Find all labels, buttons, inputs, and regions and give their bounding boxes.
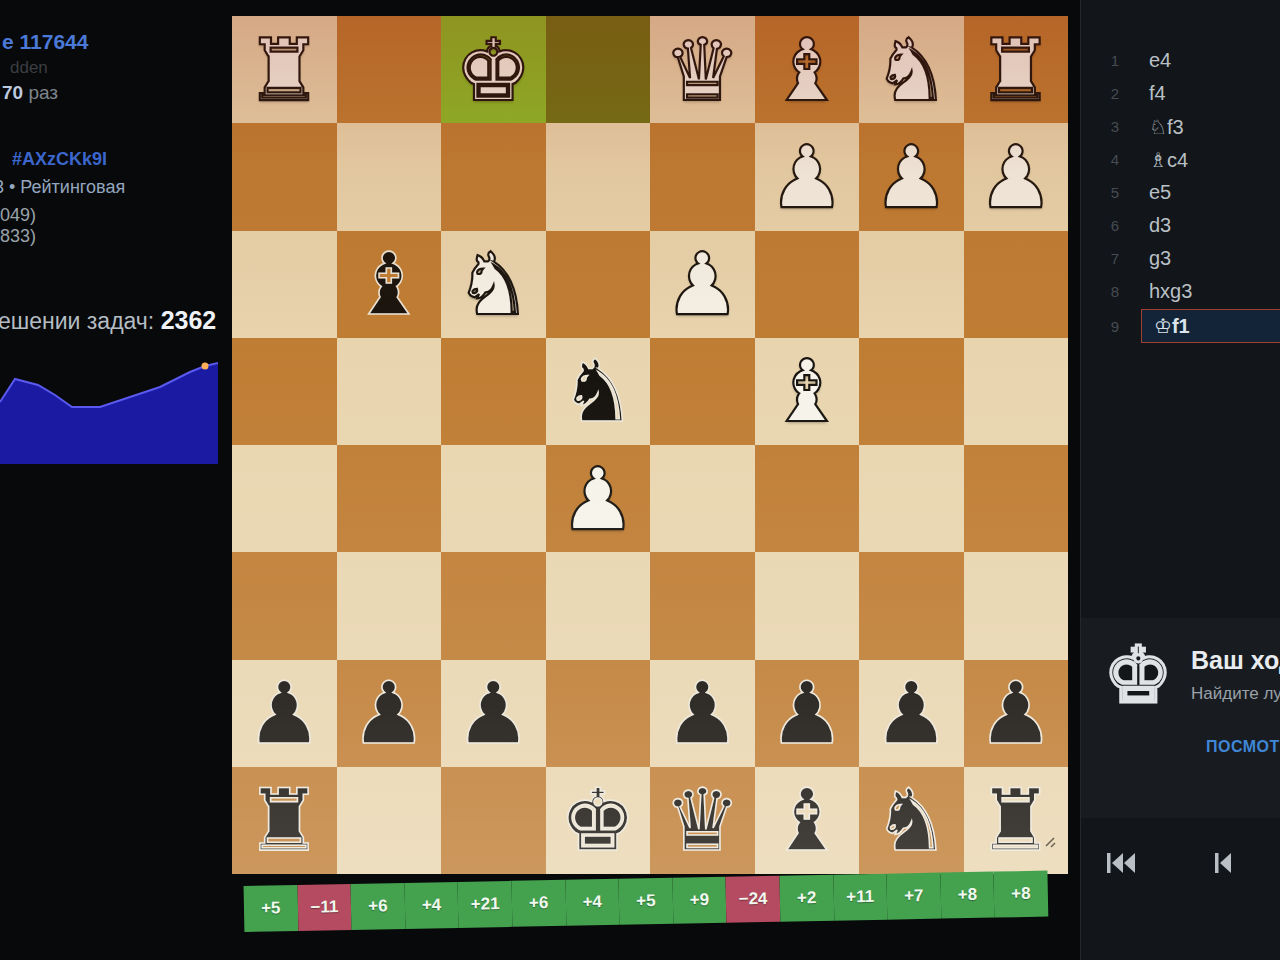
black-queen-d8[interactable]: ♛	[664, 777, 741, 863]
square-h3[interactable]	[232, 231, 337, 338]
black-bishop-c8[interactable]: ♝	[768, 777, 845, 863]
move-row-2[interactable]: 2f4	[1081, 77, 1280, 110]
result-cell-3[interactable]: +6	[351, 883, 405, 930]
result-cell-1[interactable]: +5	[244, 885, 298, 932]
result-cell-11[interactable]: +2	[779, 875, 833, 922]
result-cell-10[interactable]: −24	[726, 876, 780, 923]
square-f2[interactable]	[441, 123, 546, 230]
black-rook-a8[interactable]: ♜	[977, 777, 1054, 863]
move-number: 1	[1081, 52, 1119, 69]
square-g4[interactable]	[337, 338, 442, 445]
square-e7[interactable]	[546, 660, 651, 767]
step-back-icon[interactable]	[1209, 850, 1243, 876]
result-cell-14[interactable]: +8	[940, 872, 994, 919]
skip-to-start-icon[interactable]	[1105, 850, 1139, 876]
result-cell-4[interactable]: +4	[404, 882, 458, 929]
square-c5[interactable]	[755, 445, 860, 552]
square-f6[interactable]	[441, 552, 546, 659]
white-rook-h1[interactable]: ♜	[246, 27, 323, 113]
white-bishop-c1[interactable]: ♝	[768, 27, 845, 113]
move-number: 3	[1081, 118, 1119, 135]
move-row-5[interactable]: 5e5	[1081, 176, 1280, 209]
move-list: 1e42f43♘f34♗c45e56d37g38hxg39♔f1	[1081, 44, 1280, 344]
square-d5[interactable]	[650, 445, 755, 552]
move-san[interactable]: ♘f3	[1149, 115, 1184, 139]
player-rating-1: 049)	[0, 205, 36, 226]
move-number: 4	[1081, 151, 1119, 168]
square-h1[interactable]: ♜	[232, 16, 337, 123]
current-move-box[interactable]: ♔f1	[1141, 309, 1280, 343]
square-h8[interactable]: ♜	[232, 767, 337, 874]
square-b2[interactable]: ♟	[859, 123, 964, 230]
square-b5[interactable]	[859, 445, 964, 552]
square-c1[interactable]: ♝	[755, 16, 860, 123]
square-e6[interactable]	[546, 552, 651, 659]
black-king-icon: ♚	[1103, 636, 1173, 714]
square-e1[interactable]	[546, 16, 651, 123]
square-f7[interactable]: ♟	[441, 660, 546, 767]
right-panel: 1e42f43♘f34♗c45e56d37g38hxg39♔f1 ♚ Ваш х…	[1080, 0, 1280, 960]
square-g5[interactable]	[337, 445, 442, 552]
move-san[interactable]: ♗c4	[1149, 148, 1188, 172]
result-cell-13[interactable]: +7	[887, 873, 941, 920]
move-san[interactable]: g3	[1149, 247, 1171, 270]
black-knight-b8[interactable]: ♞	[873, 777, 950, 863]
black-pawn-b7[interactable]: ♟	[873, 670, 950, 756]
game-link[interactable]: #AXzCKk9I	[12, 149, 107, 170]
move-number: 9	[1081, 318, 1119, 335]
square-c2[interactable]: ♟	[755, 123, 860, 230]
square-b1[interactable]: ♞	[859, 16, 964, 123]
result-cell-2[interactable]: −11	[297, 884, 351, 931]
square-e4[interactable]: ♞	[546, 338, 651, 445]
result-cell-12[interactable]: +11	[833, 874, 887, 921]
square-c8[interactable]: ♝	[755, 767, 860, 874]
move-row-4[interactable]: 4♗c4	[1081, 143, 1280, 176]
black-bishop-g3[interactable]: ♝	[350, 241, 427, 327]
square-g6[interactable]	[337, 552, 442, 659]
square-a2[interactable]: ♟	[964, 123, 1069, 230]
white-rook-a1[interactable]: ♜	[977, 27, 1054, 113]
move-number: 5	[1081, 184, 1119, 201]
square-b6[interactable]	[859, 552, 964, 659]
square-b7[interactable]: ♟	[859, 660, 964, 767]
square-g7[interactable]: ♟	[337, 660, 442, 767]
square-a4[interactable]	[964, 338, 1069, 445]
white-queen-d1[interactable]: ♛	[664, 27, 741, 113]
square-f4[interactable]	[441, 338, 546, 445]
black-rook-h8[interactable]: ♜	[246, 777, 323, 863]
square-b4[interactable]	[859, 338, 964, 445]
white-knight-b1[interactable]: ♞	[873, 27, 950, 113]
square-d2[interactable]	[650, 123, 755, 230]
move-number: 2	[1081, 85, 1119, 102]
move-number: 6	[1081, 217, 1119, 234]
move-row-7[interactable]: 7g3	[1081, 242, 1280, 275]
white-knight-f3[interactable]: ♞	[455, 241, 532, 327]
square-d3[interactable]: ♟	[650, 231, 755, 338]
black-pawn-c7[interactable]: ♟	[768, 670, 845, 756]
move-san[interactable]: d3	[1149, 214, 1171, 237]
chess-board[interactable]: ♜♚♛♝♞♜♟♟♟♝♞♟♞♝♟♟♟♟♟♟♟♟♜♚♛♝♞♜	[232, 16, 1068, 874]
puzzle-results-strip: +5−11+6+4+21+6+4+5+9−24+2+11+7+8+8	[244, 871, 1049, 932]
square-g1[interactable]	[337, 16, 442, 123]
square-a5[interactable]	[964, 445, 1069, 552]
square-g2[interactable]	[337, 123, 442, 230]
square-f5[interactable]	[441, 445, 546, 552]
square-b8[interactable]: ♞	[859, 767, 964, 874]
move-row-8[interactable]: 8hxg3	[1081, 275, 1280, 308]
move-row-3[interactable]: 3♘f3	[1081, 110, 1280, 143]
white-pawn-e5[interactable]: ♟	[559, 456, 636, 542]
white-pawn-b2[interactable]: ♟	[873, 134, 950, 220]
move-row-6[interactable]: 6d3	[1081, 209, 1280, 242]
your-move-subtitle: Найдите лучш	[1191, 684, 1280, 704]
move-san[interactable]: f4	[1149, 82, 1166, 105]
square-f1[interactable]: ♚	[441, 16, 546, 123]
square-b3[interactable]	[859, 231, 964, 338]
move-san[interactable]: hxg3	[1149, 280, 1192, 303]
square-h6[interactable]	[232, 552, 337, 659]
square-c6[interactable]	[755, 552, 860, 659]
square-e5[interactable]: ♟	[546, 445, 651, 552]
move-row-1[interactable]: 1e4	[1081, 44, 1280, 77]
square-a6[interactable]	[964, 552, 1069, 659]
rating-chart-svg	[0, 348, 218, 464]
square-d6[interactable]	[650, 552, 755, 659]
square-d7[interactable]: ♟	[650, 660, 755, 767]
black-king-e8[interactable]: ♚	[559, 777, 636, 863]
result-cell-7[interactable]: +4	[565, 879, 619, 926]
result-cell-15[interactable]: +8	[994, 871, 1048, 918]
white-pawn-d3[interactable]: ♟	[664, 241, 741, 327]
square-e8[interactable]: ♚	[546, 767, 651, 874]
square-g3[interactable]: ♝	[337, 231, 442, 338]
hidden-label: dden	[10, 58, 48, 78]
square-e3[interactable]	[546, 231, 651, 338]
black-pawn-a7[interactable]: ♟	[977, 670, 1054, 756]
solved-times-label: 70 раз	[2, 82, 58, 104]
square-e2[interactable]	[546, 123, 651, 230]
black-pawn-d7[interactable]: ♟	[664, 670, 741, 756]
square-c4[interactable]: ♝	[755, 338, 860, 445]
black-knight-e4[interactable]: ♞	[559, 348, 636, 434]
square-d8[interactable]: ♛	[650, 767, 755, 874]
result-cell-6[interactable]: +6	[511, 880, 565, 927]
solved-times-count: 70	[2, 82, 23, 103]
result-cell-9[interactable]: +9	[672, 877, 726, 924]
black-pawn-g7[interactable]: ♟	[350, 670, 427, 756]
move-number: 7	[1081, 250, 1119, 267]
square-d1[interactable]: ♛	[650, 16, 755, 123]
screen: е 117644 dden 70 раз #AXzCKk9I 3 • Рейти…	[0, 0, 1280, 960]
square-g8[interactable]	[337, 767, 442, 874]
puzzle-rating-value: 2362	[161, 306, 217, 334]
move-row-9[interactable]: 9♔f1	[1081, 308, 1280, 344]
square-d4[interactable]	[650, 338, 755, 445]
puzzle-id[interactable]: е 117644	[2, 30, 88, 54]
square-h7[interactable]: ♟	[232, 660, 337, 767]
square-a3[interactable]	[964, 231, 1069, 338]
square-a8[interactable]: ♜	[964, 767, 1069, 874]
square-h2[interactable]	[232, 123, 337, 230]
square-c3[interactable]	[755, 231, 860, 338]
rated-label: 3 • Рейтинговая	[0, 177, 125, 198]
square-a7[interactable]: ♟	[964, 660, 1069, 767]
square-f3[interactable]: ♞	[441, 231, 546, 338]
rating-chart	[0, 348, 218, 464]
move-san[interactable]: e5	[1149, 181, 1171, 204]
white-king-f1[interactable]: ♚	[455, 27, 532, 113]
result-cell-8[interactable]: +5	[619, 878, 673, 925]
move-number: 8	[1081, 283, 1119, 300]
square-h4[interactable]	[232, 338, 337, 445]
white-pawn-a2[interactable]: ♟	[977, 134, 1054, 220]
square-h5[interactable]	[232, 445, 337, 552]
white-bishop-c4[interactable]: ♝	[768, 348, 845, 434]
square-f8[interactable]	[441, 767, 546, 874]
black-pawn-h7[interactable]: ♟	[246, 670, 323, 756]
result-cell-5[interactable]: +21	[458, 881, 512, 928]
your-move-title: Ваш ход	[1191, 646, 1280, 675]
square-c7[interactable]: ♟	[755, 660, 860, 767]
player-rating-2: 833)	[0, 226, 36, 247]
square-a1[interactable]: ♜	[964, 16, 1069, 123]
move-san[interactable]: e4	[1149, 49, 1171, 72]
move-san[interactable]: ♔f1	[1154, 314, 1190, 338]
puzzle-rating-label: ешении задач: 2362	[0, 306, 216, 335]
white-pawn-c2[interactable]: ♟	[768, 134, 845, 220]
view-solution-link[interactable]: ПОСМОТРЕ	[1206, 738, 1280, 756]
black-pawn-f7[interactable]: ♟	[455, 670, 532, 756]
